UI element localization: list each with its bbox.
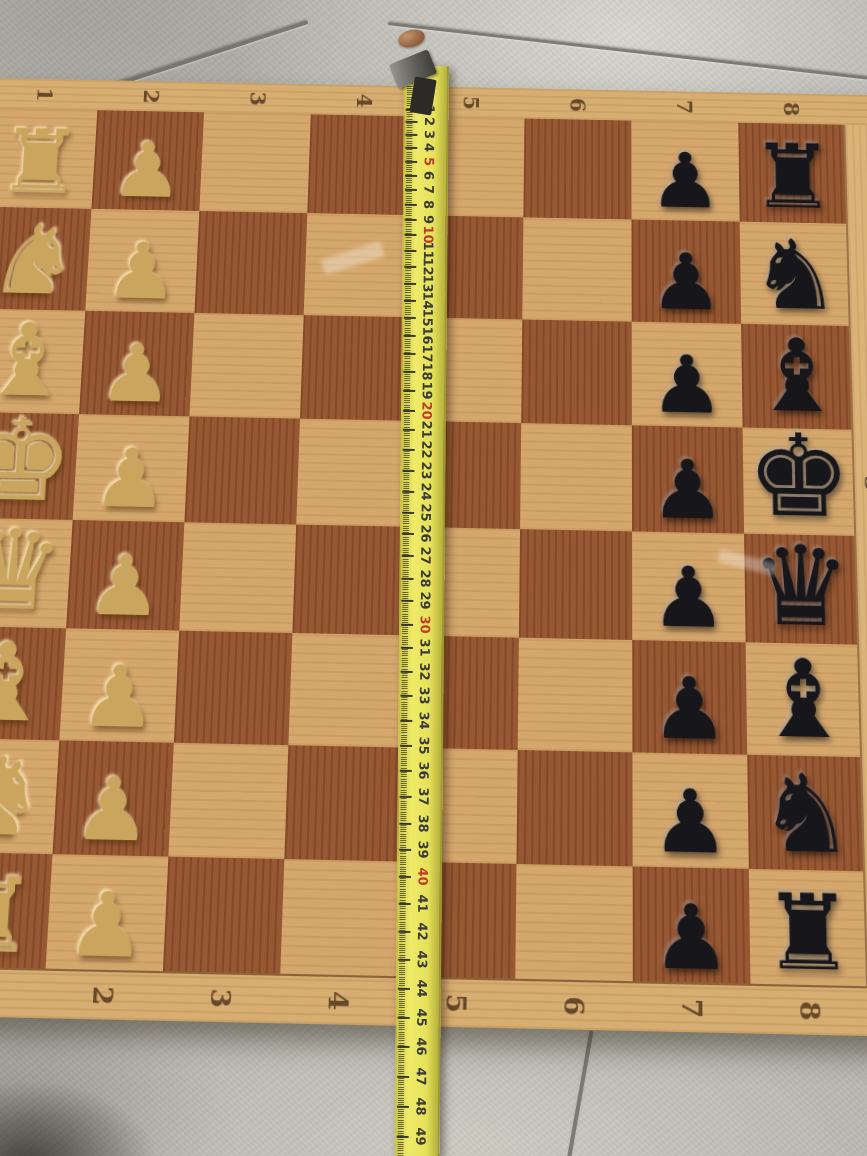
board-square: ♟	[52, 740, 173, 856]
board-square	[199, 112, 310, 213]
white-pawn: ♟	[72, 765, 154, 854]
rank-label: 6	[558, 995, 590, 1017]
white-pawn: ♟	[91, 437, 170, 520]
tape-number: 42	[415, 921, 430, 943]
white-rook: ♜	[0, 862, 39, 968]
tape-cm-tick	[402, 511, 414, 513]
tape-number: 24	[419, 480, 434, 502]
board-square	[515, 864, 633, 984]
tape-cm-tick	[398, 988, 410, 990]
tape-cm-tick	[399, 822, 411, 824]
board-square: ♟	[79, 310, 194, 416]
black-pawn: ♟	[650, 555, 727, 640]
board-square: ♝	[0, 626, 66, 740]
board-square: ♟	[632, 425, 744, 534]
tape-number: 25	[419, 501, 434, 523]
tape-cm-tick	[403, 409, 415, 411]
tape-cm-tick	[401, 647, 413, 649]
tape-cm-tick	[397, 1075, 409, 1077]
pavement-shadow	[0, 1080, 160, 1156]
board-square: ♛	[0, 518, 73, 629]
tape-cm-tick	[404, 282, 416, 284]
white-pawn: ♟	[85, 544, 165, 629]
black-pawn: ♟	[652, 892, 731, 983]
board-square	[520, 423, 632, 532]
board-square	[174, 631, 293, 745]
board-square: ♞	[740, 222, 851, 326]
board-square: ♟	[45, 854, 168, 973]
tape-number: 31	[417, 636, 432, 658]
tape-number: 36	[416, 760, 431, 782]
rank-label: 5	[458, 94, 484, 112]
tape-cm-tick	[402, 555, 414, 557]
rank-label: 2	[138, 88, 165, 106]
tape-number: 44	[414, 977, 429, 999]
tape-number: 39	[416, 838, 431, 860]
tape-number: 28	[418, 567, 433, 589]
tape-number: 37	[416, 786, 431, 808]
black-rook: ♜	[750, 132, 836, 222]
board-square	[296, 418, 410, 526]
rank-label: 6	[565, 96, 591, 114]
tape-measure: 1234567891011121314151617181920212223242…	[394, 66, 449, 1156]
tape-cm-tick	[397, 1136, 409, 1138]
tape-cm-tick	[398, 931, 410, 933]
board-square	[179, 522, 296, 633]
tape-number: 33	[417, 685, 432, 707]
tape-cm-tick	[402, 533, 414, 535]
tape-cm-tick	[398, 1016, 410, 1018]
tape-number: 34	[417, 709, 432, 731]
tape-number: 49	[413, 1126, 428, 1148]
board-square: ♟	[73, 414, 190, 522]
tape-cm-tick	[400, 720, 412, 722]
white-bishop: ♝	[0, 629, 57, 738]
board-square: ♟	[632, 752, 748, 869]
board-square: ♟	[633, 866, 751, 986]
tape-cm-tick	[403, 449, 415, 451]
tape-cm-tick	[404, 266, 416, 268]
black-pawn: ♟	[650, 344, 725, 425]
tape-cm-tick	[399, 849, 411, 851]
tape-cm-tick	[401, 623, 413, 625]
tape-number: 43	[415, 949, 430, 971]
tape-cm-tick	[402, 577, 414, 579]
tape-cm-tick	[405, 121, 417, 123]
tape-cm-tick	[401, 600, 413, 602]
board-square	[284, 745, 403, 862]
tape-number: 45	[414, 1006, 429, 1028]
rank-label: 5	[440, 992, 472, 1014]
rank-label: 7	[672, 98, 698, 116]
board-square	[194, 211, 307, 314]
board-square: ♟	[631, 121, 739, 222]
tape-number: 26	[418, 523, 433, 545]
rank-label: 2	[86, 985, 119, 1007]
tape-cm-tick	[399, 876, 411, 878]
board-square	[288, 633, 405, 747]
board-square: ♟	[66, 520, 184, 631]
board-square: ♟	[91, 110, 204, 211]
rank-label: 3	[204, 987, 236, 1009]
board-square: ♟	[632, 321, 743, 427]
black-knight: ♞	[749, 226, 842, 324]
board-square: ♜	[0, 108, 97, 209]
board-square: ♜	[738, 123, 848, 224]
tape-cm-tick	[405, 174, 417, 176]
black-pawn: ♟	[651, 777, 729, 866]
board-square	[521, 319, 632, 425]
tape-cm-tick	[400, 796, 412, 798]
board-square: ♞	[0, 737, 59, 853]
white-rook: ♜	[0, 117, 85, 207]
board-square	[307, 114, 417, 215]
white-knight: ♞	[0, 742, 50, 852]
tape-number: 46	[414, 1035, 429, 1057]
tape-number: 29	[418, 590, 433, 612]
tape-number: 22	[419, 439, 434, 461]
tape-cm-tick	[403, 353, 415, 355]
board-square	[168, 742, 288, 859]
tape-cm-tick	[405, 147, 417, 149]
board-square: ♟	[632, 531, 746, 642]
tape-cm-tick	[405, 203, 417, 205]
tape-cm-tick	[397, 1106, 409, 1108]
rank-label: 4	[322, 990, 354, 1012]
tape-number: 35	[416, 734, 431, 756]
black-pawn: ♟	[650, 449, 726, 532]
board-square: ♚	[0, 412, 79, 520]
rank-label: 4	[352, 92, 378, 110]
rank-label: 1	[32, 85, 59, 103]
rank-label: 7	[676, 997, 708, 1019]
board-square	[190, 312, 304, 418]
board-square	[518, 638, 633, 752]
tape-cm-tick	[397, 1046, 409, 1048]
tape-number: 40	[415, 865, 430, 887]
board-square: ♞	[0, 207, 91, 310]
black-pawn: ♟	[649, 242, 723, 321]
tape-cm-tick	[402, 490, 414, 492]
tape-cm-tick	[404, 317, 416, 319]
board-square	[300, 315, 413, 421]
tape-cm-tick	[405, 134, 417, 136]
board-square: ♛	[744, 534, 859, 645]
white-pawn: ♟	[103, 232, 180, 311]
board-square: ♜	[0, 851, 52, 970]
rank-label: 3	[245, 90, 271, 108]
board-square	[292, 525, 408, 636]
tape-number: 32	[417, 660, 432, 682]
tape-number: 21	[419, 419, 434, 441]
black-king: ♚	[746, 418, 854, 534]
board-square	[304, 213, 416, 316]
tape-cm-tick	[401, 671, 413, 673]
white-pawn: ♟	[78, 653, 159, 740]
board-square: ♟	[632, 220, 742, 324]
tape-cm-tick	[399, 903, 411, 905]
board-square: ♚	[743, 427, 857, 536]
tape-number: 27	[418, 545, 433, 567]
white-knight: ♞	[0, 211, 82, 308]
tape-cm-tick	[405, 161, 417, 163]
tape-cm-tick	[400, 770, 412, 772]
board-square: ♞	[747, 754, 865, 871]
board-square: ♟	[59, 629, 179, 743]
white-king: ♚	[0, 402, 77, 517]
tape-cm-tick	[402, 469, 414, 471]
tape-number: 23	[419, 459, 434, 481]
board-square: ♟	[632, 640, 747, 754]
tape-cm-tick	[404, 334, 416, 336]
rank-label: 8	[794, 1000, 826, 1022]
tape-cm-tick	[405, 218, 417, 220]
tape-cm-tick	[404, 299, 416, 301]
tape-cm-tick	[400, 695, 412, 697]
white-pawn: ♟	[97, 333, 175, 414]
tape-number: 30	[418, 613, 433, 635]
board-square: ♝	[746, 643, 862, 757]
board-square	[522, 218, 631, 322]
tape-number: 48	[413, 1095, 428, 1117]
board-square	[280, 859, 400, 979]
board-square: ♜	[749, 869, 867, 989]
tape-number: 41	[415, 893, 430, 915]
tape-number: 38	[416, 812, 431, 834]
board-square	[519, 529, 632, 640]
board-square	[516, 749, 632, 866]
tape-cm-tick	[403, 390, 415, 392]
photo-scene: 12345678 ♜♟♟♜♞♟♟♞♝♟♟♝♚♟♟♚♛♟♟♛♝♟♟♝♞♟♟♞♜♟♟…	[0, 0, 867, 1156]
board-square	[523, 119, 631, 220]
board-square	[184, 416, 300, 524]
black-knight: ♞	[757, 759, 855, 869]
black-queen: ♛	[750, 530, 853, 643]
tape-cm-tick	[398, 959, 410, 961]
black-pawn: ♟	[651, 665, 728, 752]
rank-label-partial: 3	[858, 473, 867, 493]
rank-label: 8	[778, 100, 804, 118]
board-square: ♟	[85, 209, 199, 312]
white-queen: ♛	[0, 514, 67, 626]
white-pawn: ♟	[65, 880, 148, 971]
black-rook: ♜	[762, 880, 856, 986]
tape-cm-tick	[403, 371, 415, 373]
tape-cm-tick	[400, 745, 412, 747]
white-pawn: ♟	[109, 132, 185, 209]
rank-label: 1	[0, 982, 2, 1004]
black-pawn: ♟	[649, 143, 722, 220]
tape-number: 47	[414, 1065, 429, 1087]
tape-cm-tick	[403, 429, 415, 431]
black-bishop: ♝	[754, 645, 853, 754]
tape-cm-tick	[404, 250, 416, 252]
board-square	[163, 856, 285, 975]
tape-cm-tick	[405, 234, 417, 236]
tape-cm-tick	[405, 189, 417, 191]
